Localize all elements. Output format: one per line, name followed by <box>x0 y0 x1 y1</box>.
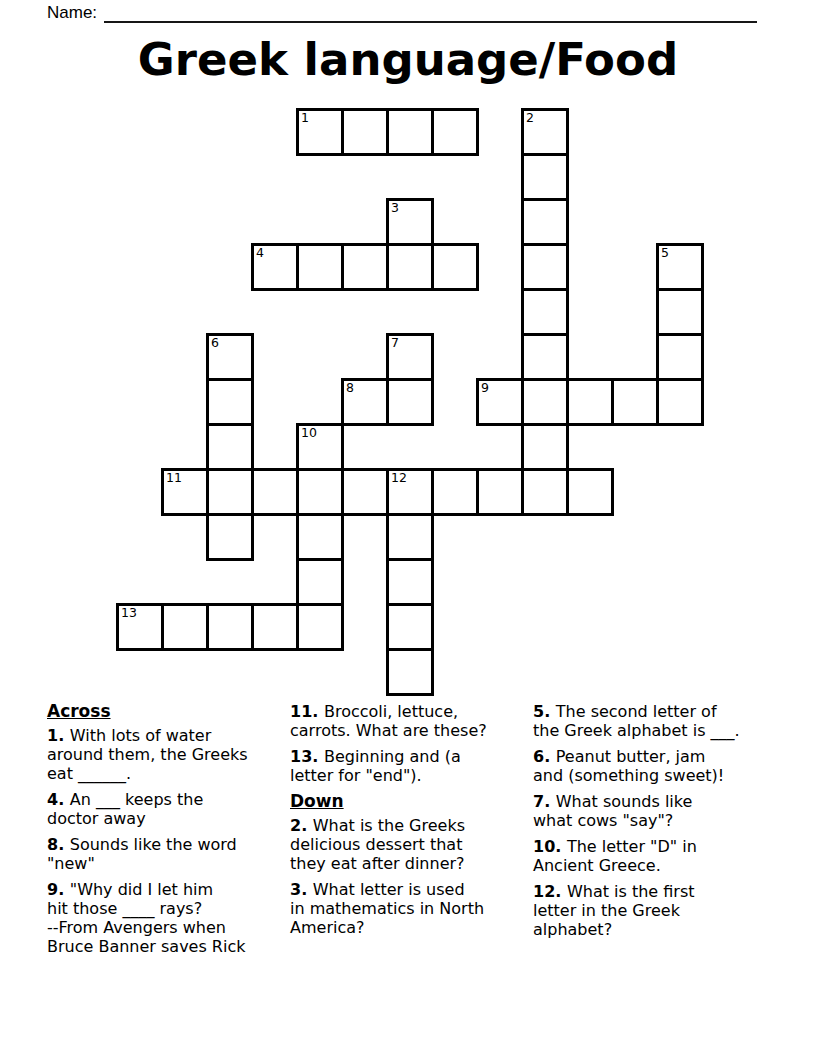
clues-across-header: Across <box>47 702 285 721</box>
clue-number: 1. <box>47 726 70 745</box>
grid-cell-r8c5[interactable] <box>341 468 389 516</box>
grid-cell-r1c9[interactable] <box>521 153 569 201</box>
grid-cell-r3c4[interactable] <box>296 243 344 291</box>
clue-number: 3. <box>290 880 313 899</box>
grid-cell-r11c1[interactable] <box>161 603 209 651</box>
page-title: Greek language/Food <box>0 30 816 90</box>
grid-cell-r8c9[interactable] <box>521 468 569 516</box>
grid-number-9: 9 <box>481 382 489 395</box>
clue-number: 2. <box>290 816 313 835</box>
name-label: Name: <box>47 3 97 23</box>
clue-across-13: 13. Beginning and (a letter for "end"). <box>290 747 533 785</box>
clue-across-9: 9. "Why did I let him hit those ____ ray… <box>47 880 285 956</box>
grid-number-10: 10 <box>301 427 317 440</box>
grid-cell-r11c4[interactable] <box>296 603 344 651</box>
clue-text: "Why did I let him hit those ____ rays? … <box>47 880 246 956</box>
clue-down-5: 5. The second letter of the Greek alphab… <box>533 702 778 740</box>
grid-number-2: 2 <box>526 112 534 125</box>
grid-number-4: 4 <box>256 247 264 260</box>
clue-text: The second letter of the Greek alphabet … <box>533 702 740 740</box>
clue-across-1: 1. With lots of water around them, the G… <box>47 726 285 783</box>
grid-number-1: 1 <box>301 112 309 125</box>
grid-cell-r9c6[interactable] <box>386 513 434 561</box>
clue-across-4: 4. An ___ keeps the doctor away <box>47 790 285 828</box>
grid-cell-r10c4[interactable] <box>296 558 344 606</box>
grid-cell-r6c2[interactable] <box>206 378 254 426</box>
grid-cell-r11c3[interactable] <box>251 603 299 651</box>
grid-cell-r6c12[interactable] <box>656 378 704 426</box>
grid-number-8: 8 <box>346 382 354 395</box>
clue-down-3: 3. What letter is used in mathematics in… <box>290 880 533 937</box>
grid-cell-r0c6[interactable] <box>386 108 434 156</box>
clue-down-2: 2. What is the Greeks delicious dessert … <box>290 816 533 873</box>
clue-number: 11. <box>290 702 324 721</box>
clue-text: Sounds like the word "new" <box>47 835 237 873</box>
clue-number: 8. <box>47 835 70 854</box>
grid-cell-r9c2[interactable] <box>206 513 254 561</box>
clue-text: What sounds like what cows "say"? <box>533 792 692 830</box>
clue-text: An ___ keeps the doctor away <box>47 790 203 828</box>
grid-cell-r6c9[interactable] <box>521 378 569 426</box>
grid-cell-r5c9[interactable] <box>521 333 569 381</box>
clue-down-6: 6. Peanut butter, jam and (something swe… <box>533 747 778 785</box>
clue-number: 5. <box>533 702 556 721</box>
grid-cell-r11c2[interactable] <box>206 603 254 651</box>
clue-column-2: 11. Broccoli, lettuce, carrots. What are… <box>290 702 533 944</box>
grid-cell-r7c2[interactable] <box>206 423 254 471</box>
grid-cell-r4c9[interactable] <box>521 288 569 336</box>
grid-number-12: 12 <box>391 472 407 485</box>
grid-cell-r0c7[interactable] <box>431 108 479 156</box>
grid-cell-r3c9[interactable] <box>521 243 569 291</box>
grid-cell-r3c5[interactable] <box>341 243 389 291</box>
clue-number: 9. <box>47 880 70 899</box>
grid-number-13: 13 <box>121 607 137 620</box>
crossword-grid: 12345678910111213 <box>116 108 704 696</box>
clues-down-header: Down <box>290 792 533 811</box>
clue-down-12: 12. What is the first letter in the Gree… <box>533 882 778 939</box>
grid-cell-r12c6[interactable] <box>386 648 434 696</box>
clue-number: 10. <box>533 837 567 856</box>
clue-number: 4. <box>47 790 70 809</box>
grid-cell-r8c4[interactable] <box>296 468 344 516</box>
clue-column-3: 5. The second letter of the Greek alphab… <box>533 702 778 946</box>
grid-cell-r8c10[interactable] <box>566 468 614 516</box>
grid-number-6: 6 <box>211 337 219 350</box>
clue-text: What letter is used in mathematics in No… <box>290 880 484 937</box>
grid-number-5: 5 <box>661 247 669 260</box>
grid-cell-r2c9[interactable] <box>521 198 569 246</box>
name-underline[interactable] <box>104 2 757 23</box>
grid-cell-r3c6[interactable] <box>386 243 434 291</box>
grid-cell-r9c4[interactable] <box>296 513 344 561</box>
grid-cell-r5c12[interactable] <box>656 333 704 381</box>
grid-cell-r8c8[interactable] <box>476 468 524 516</box>
clue-across-11: 11. Broccoli, lettuce, carrots. What are… <box>290 702 533 740</box>
grid-cell-r10c6[interactable] <box>386 558 434 606</box>
grid-number-7: 7 <box>391 337 399 350</box>
clue-number: 12. <box>533 882 567 901</box>
clue-column-1: Across1. With lots of water around them,… <box>47 702 285 963</box>
clue-text: What is the Greeks delicious dessert tha… <box>290 816 465 873</box>
grid-cell-r11c6[interactable] <box>386 603 434 651</box>
clue-number: 13. <box>290 747 324 766</box>
clue-across-8: 8. Sounds like the word "new" <box>47 835 285 873</box>
grid-cell-r6c11[interactable] <box>611 378 659 426</box>
clue-down-7: 7. What sounds like what cows "say"? <box>533 792 778 830</box>
grid-cell-r8c2[interactable] <box>206 468 254 516</box>
grid-cell-r8c3[interactable] <box>251 468 299 516</box>
grid-cell-r6c6[interactable] <box>386 378 434 426</box>
grid-cell-r0c5[interactable] <box>341 108 389 156</box>
clue-down-10: 10. The letter "D" in Ancient Greece. <box>533 837 778 875</box>
grid-cell-r8c7[interactable] <box>431 468 479 516</box>
grid-number-11: 11 <box>166 472 182 485</box>
grid-cell-r3c7[interactable] <box>431 243 479 291</box>
clue-text: Peanut butter, jam and (something sweet)… <box>533 747 724 785</box>
grid-cell-r7c9[interactable] <box>521 423 569 471</box>
clue-number: 6. <box>533 747 556 766</box>
clue-text: With lots of water around them, the Gree… <box>47 726 248 783</box>
grid-cell-r6c10[interactable] <box>566 378 614 426</box>
grid-cell-r4c12[interactable] <box>656 288 704 336</box>
clue-number: 7. <box>533 792 556 811</box>
grid-number-3: 3 <box>391 202 399 215</box>
